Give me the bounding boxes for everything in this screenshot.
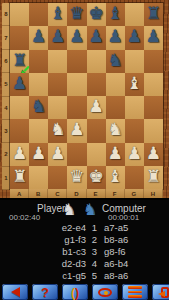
square-c5[interactable]: [48, 73, 67, 96]
exit-door-icon: [161, 287, 169, 298]
square-f2[interactable]: ♟: [106, 143, 125, 166]
toolbar-button-menu[interactable]: [122, 284, 148, 300]
move-number: 4: [86, 258, 103, 269]
black-move: b8-a6: [103, 234, 169, 245]
file-label-b: B: [29, 189, 48, 198]
white-bishop[interactable]: ♝: [108, 168, 123, 185]
square-e8[interactable]: ♚: [87, 3, 106, 26]
square-a1[interactable]: ♜: [10, 166, 29, 189]
move-list[interactable]: e2-e41a7-a5g1-f32b8-a6b1-c33g8-f6d2-d34a…: [0, 221, 169, 282]
white-knight-icon: ♞: [62, 202, 76, 218]
question-mark-icon: ?: [41, 286, 49, 299]
square-d8[interactable]: ♛: [67, 3, 86, 26]
white-pawn[interactable]: ♟: [69, 121, 84, 138]
black-move: a6-b4: [103, 258, 169, 269]
rank-label-6: 6: [2, 50, 10, 73]
file-labels: ABCDEFGH: [10, 189, 163, 198]
square-h6[interactable]: [144, 50, 163, 73]
square-a7[interactable]: [10, 26, 29, 49]
square-c4[interactable]: [48, 96, 67, 119]
move-row-1: e2-e41a7-a5: [0, 221, 169, 233]
square-h3[interactable]: [144, 119, 163, 142]
square-b6[interactable]: [29, 50, 48, 73]
move-number: 2: [86, 234, 103, 245]
square-b4[interactable]: ♞: [29, 96, 48, 119]
white-pawn[interactable]: ♟: [146, 145, 161, 162]
white-queen[interactable]: ♛: [69, 168, 84, 185]
white-move: c1-g5: [0, 270, 86, 281]
square-d6[interactable]: [67, 50, 86, 73]
square-d4[interactable]: [67, 96, 86, 119]
toolbar: ?(): [0, 284, 169, 300]
black-knight[interactable]: ♞: [31, 98, 46, 115]
square-f6[interactable]: ♞: [106, 50, 125, 73]
white-knight[interactable]: ♞: [108, 121, 123, 138]
black-pawn[interactable]: ♟: [12, 75, 27, 92]
square-d7[interactable]: ♟: [67, 26, 86, 49]
chess-board[interactable]: ♝♛♚♝♜♟♟♟♟♟♟♟♜♞♟♝♞♟♞♟♞♟♟♟♟♟♟♜♛♚♝♜: [10, 3, 163, 189]
move-row-2: g1-f32b8-a6: [0, 233, 169, 245]
square-a4[interactable]: [10, 96, 29, 119]
left-triangle-icon: [11, 287, 20, 297]
square-c7[interactable]: ♟: [48, 26, 67, 49]
black-pawn[interactable]: ♟: [50, 28, 65, 45]
square-a3[interactable]: [10, 119, 29, 142]
white-rook[interactable]: ♜: [12, 168, 27, 185]
black-king[interactable]: ♚: [88, 5, 103, 22]
move-row-4: d2-d34a6-b4: [0, 258, 169, 270]
move-row-3: b1-c33g8-f6: [0, 245, 169, 257]
square-b8[interactable]: [29, 3, 48, 26]
square-g3[interactable]: [125, 119, 144, 142]
square-g4[interactable]: [125, 96, 144, 119]
square-b3[interactable]: [29, 119, 48, 142]
rank-labels: 87654321: [2, 3, 10, 190]
white-knight[interactable]: ♞: [50, 121, 65, 138]
white-pawn[interactable]: ♟: [108, 145, 123, 162]
square-g8[interactable]: [125, 3, 144, 26]
black-queen[interactable]: ♛: [69, 5, 84, 22]
black-pawn[interactable]: ♟: [108, 28, 123, 45]
square-c2[interactable]: ♟: [48, 143, 67, 166]
eye-icon: [98, 288, 112, 297]
square-e6[interactable]: [87, 50, 106, 73]
square-b7[interactable]: ♟: [29, 26, 48, 49]
move-number: 3: [86, 246, 103, 257]
black-bishop[interactable]: ♝: [108, 5, 123, 22]
black-rook[interactable]: ♜: [146, 5, 161, 22]
info-panel: Player 00:02:40 ♞ ♞ Computer 00:00:01 e2…: [0, 198, 169, 300]
square-e5[interactable]: [87, 73, 106, 96]
square-d2[interactable]: [67, 143, 86, 166]
black-knight[interactable]: ♞: [108, 52, 123, 69]
blue-knight-icon: ♞: [83, 202, 97, 218]
square-e1[interactable]: ♚: [87, 166, 106, 189]
rank-label-8: 8: [2, 3, 10, 26]
square-c3[interactable]: ♞: [48, 119, 67, 142]
square-d3[interactable]: ♟: [67, 119, 86, 142]
rank-label-2: 2: [2, 143, 10, 166]
white-pawn[interactable]: ♟: [88, 98, 103, 115]
black-pawn[interactable]: ♟: [31, 28, 46, 45]
square-a8[interactable]: [10, 3, 29, 26]
white-move: e2-e4: [0, 222, 86, 233]
square-g2[interactable]: ♟: [125, 143, 144, 166]
file-label-h: H: [144, 189, 163, 198]
file-label-d: D: [67, 189, 86, 198]
square-c8[interactable]: ♝: [48, 3, 67, 26]
black-move: a8-a6: [103, 270, 169, 281]
square-b5[interactable]: [29, 73, 48, 96]
toolbar-button-hint[interactable]: ?: [32, 284, 58, 300]
white-pawn[interactable]: ♟: [12, 145, 27, 162]
rank-label-3: 3: [2, 120, 10, 143]
black-pawn[interactable]: ♟: [88, 28, 103, 45]
rotate-arrows-icon: (): [71, 284, 79, 300]
square-g5[interactable]: ♝: [125, 73, 144, 96]
move-row-5: c1-g55a8-a6: [0, 270, 169, 282]
file-label-g: G: [125, 189, 144, 198]
square-h2[interactable]: ♟: [144, 143, 163, 166]
square-f3[interactable]: ♞: [106, 119, 125, 142]
black-bishop[interactable]: ♝: [50, 5, 65, 22]
white-move: g1-f3: [0, 234, 86, 245]
square-h7[interactable]: ♟: [144, 26, 163, 49]
square-d5[interactable]: [67, 73, 86, 96]
file-label-e: E: [87, 189, 106, 198]
square-f4[interactable]: [106, 96, 125, 119]
white-rook[interactable]: ♜: [146, 168, 161, 185]
black-pawn[interactable]: ♟: [146, 28, 161, 45]
file-label-c: C: [48, 189, 67, 198]
square-a5[interactable]: ♟: [10, 73, 29, 96]
move-number: 1: [86, 222, 103, 233]
square-h8[interactable]: ♜: [144, 3, 163, 26]
square-c1[interactable]: [48, 166, 67, 189]
square-e2[interactable]: [87, 143, 106, 166]
square-e7[interactable]: ♟: [87, 26, 106, 49]
white-move: d2-d3: [0, 258, 86, 269]
toolbar-button-show-hide[interactable]: [92, 284, 118, 300]
square-g7[interactable]: ♟: [125, 26, 144, 49]
square-e4[interactable]: ♟: [87, 96, 106, 119]
move-number: 5: [86, 270, 103, 281]
square-b2[interactable]: ♟: [29, 143, 48, 166]
black-pawn[interactable]: ♟: [69, 28, 84, 45]
rank-label-7: 7: [2, 26, 10, 49]
black-pawn[interactable]: ♟: [127, 28, 142, 45]
square-h1[interactable]: ♜: [144, 166, 163, 189]
square-a2[interactable]: ♟: [10, 143, 29, 166]
toolbar-button-back[interactable]: [2, 284, 28, 300]
square-e3[interactable]: [87, 119, 106, 142]
square-a6[interactable]: ♜: [10, 50, 29, 73]
white-bishop[interactable]: ♝: [127, 75, 142, 92]
square-g6[interactable]: [125, 50, 144, 73]
white-pawn[interactable]: ♟: [31, 145, 46, 162]
square-g1[interactable]: [125, 166, 144, 189]
square-h5[interactable]: [144, 73, 163, 96]
rank-label-4: 4: [2, 97, 10, 120]
square-f5[interactable]: [106, 73, 125, 96]
black-move: g8-f6: [103, 246, 169, 257]
square-d1[interactable]: ♛: [67, 166, 86, 189]
file-label-f: F: [106, 189, 125, 198]
file-label-a: A: [10, 189, 29, 198]
white-king[interactable]: ♚: [88, 168, 103, 185]
white-pawn[interactable]: ♟: [50, 145, 65, 162]
square-b1[interactable]: [29, 166, 48, 189]
white-pawn[interactable]: ♟: [127, 145, 142, 162]
black-move: a7-a5: [103, 222, 169, 233]
toolbar-button-rotate-board[interactable]: (): [62, 284, 88, 300]
rank-label-5: 5: [2, 73, 10, 96]
square-f7[interactable]: ♟: [106, 26, 125, 49]
square-c6[interactable]: [48, 50, 67, 73]
white-move: b1-c3: [0, 246, 86, 257]
square-f1[interactable]: ♝: [106, 166, 125, 189]
square-h4[interactable]: [144, 96, 163, 119]
rank-label-1: 1: [2, 167, 10, 190]
chess-board-frame: 87654321 ♝♛♚♝♜♟♟♟♟♟♟♟♜♞♟♝♞♟♞♟♞♟♟♟♟♟♟♜♛♚♝…: [0, 0, 169, 198]
square-f8[interactable]: ♝: [106, 3, 125, 26]
toolbar-button-exit[interactable]: [152, 284, 169, 300]
menu-bars-icon: [128, 286, 142, 298]
